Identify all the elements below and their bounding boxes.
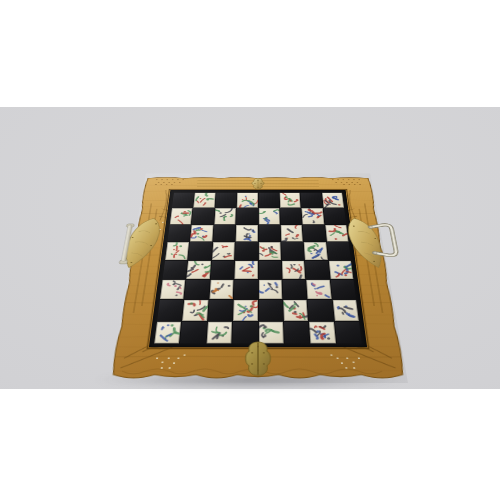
square-h3[interactable] [330,280,356,300]
square-e5[interactable] [258,242,280,260]
left-handle [116,215,169,271]
square-f4[interactable] [282,260,306,279]
square-c8[interactable] [215,193,236,208]
square-b2[interactable] [182,300,208,321]
square-b4[interactable] [187,260,211,279]
square-d6[interactable] [236,225,258,242]
square-c6[interactable] [213,225,235,242]
square-a3[interactable] [160,280,186,300]
square-e2[interactable] [258,300,282,321]
square-d3[interactable] [234,280,258,300]
square-a5[interactable] [165,242,189,260]
square-f1[interactable] [284,321,310,343]
square-a6[interactable] [168,225,192,242]
square-b3[interactable] [185,280,210,300]
square-f6[interactable] [281,225,303,242]
square-b6[interactable] [190,225,213,242]
square-a4[interactable] [163,260,188,279]
square-g5[interactable] [304,242,328,260]
top-clasp [250,177,267,191]
playing-surface [149,190,367,347]
square-c1[interactable] [206,321,232,343]
square-e3[interactable] [258,280,282,300]
square-g3[interactable] [306,280,331,300]
square-d5[interactable] [235,242,257,260]
square-b7[interactable] [192,208,214,224]
square-c4[interactable] [211,260,235,279]
square-f2[interactable] [283,300,308,321]
square-d4[interactable] [234,260,257,279]
square-h2[interactable] [332,300,358,321]
square-e7[interactable] [258,208,279,224]
bottom-latch [244,340,272,377]
square-c7[interactable] [214,208,236,224]
right-handle [339,215,412,271]
square-b1[interactable] [180,321,207,343]
square-f3[interactable] [282,280,306,300]
square-g6[interactable] [303,225,326,242]
square-c5[interactable] [212,242,235,260]
square-g7[interactable] [302,208,324,224]
square-e8[interactable] [258,193,279,208]
square-d7[interactable] [236,208,257,224]
square-e6[interactable] [258,225,280,242]
square-b5[interactable] [188,242,212,260]
square-a8[interactable] [172,193,194,208]
square-h8[interactable] [322,193,344,208]
square-f8[interactable] [279,193,300,208]
chess-board [108,174,408,383]
square-c3[interactable] [209,280,233,300]
square-g4[interactable] [305,260,329,279]
square-g1[interactable] [309,321,336,343]
square-c2[interactable] [208,300,233,321]
square-f7[interactable] [280,208,302,224]
square-b8[interactable] [194,193,216,208]
square-a7[interactable] [170,208,193,224]
square-d8[interactable] [237,193,258,208]
photo-canvas [0,0,500,500]
photo-background [0,107,500,389]
square-a2[interactable] [157,300,183,321]
square-d2[interactable] [233,300,257,321]
square-h1[interactable] [335,321,362,343]
chessboard-grid [154,193,362,344]
square-a1[interactable] [154,321,181,343]
square-g8[interactable] [301,193,323,208]
square-g2[interactable] [308,300,334,321]
square-f5[interactable] [281,242,304,260]
square-e4[interactable] [258,260,281,279]
